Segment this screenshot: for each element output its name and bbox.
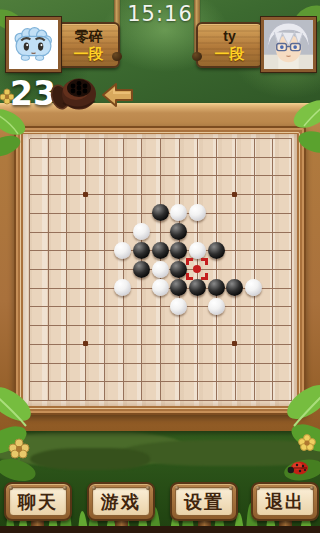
nail-icon bbox=[63, 486, 67, 490]
chat-button-label: 聊天 bbox=[9, 487, 67, 516]
rope-knot bbox=[192, 52, 202, 61]
black-stone bbox=[133, 242, 150, 259]
nail-icon bbox=[256, 486, 260, 490]
black-stone bbox=[170, 261, 187, 278]
gomoku-board[interactable] bbox=[29, 138, 292, 401]
star-point bbox=[83, 341, 88, 346]
settings-button[interactable]: 设置 bbox=[170, 482, 238, 521]
exit-button-label: 退出 bbox=[256, 487, 314, 516]
exit-button[interactable]: 退出 bbox=[251, 482, 319, 521]
white-stone bbox=[208, 298, 225, 315]
right-player-name: ty bbox=[223, 28, 235, 44]
undo-arrow-button[interactable] bbox=[101, 81, 135, 109]
nail-icon bbox=[146, 486, 150, 490]
black-stone bbox=[208, 279, 225, 296]
star-point bbox=[232, 192, 237, 197]
bottom-bar bbox=[0, 526, 320, 533]
move-cursor-marker[interactable] bbox=[186, 258, 208, 280]
game-menu-button[interactable]: 游戏 bbox=[87, 482, 155, 521]
right-player-plank: ty 一段 bbox=[196, 22, 263, 68]
settings-button-label: 设置 bbox=[175, 487, 233, 516]
white-stone bbox=[189, 242, 206, 259]
rope-knot bbox=[112, 52, 122, 61]
nail-icon bbox=[310, 486, 314, 490]
left-player-rank: 一段 bbox=[74, 45, 104, 62]
white-stone bbox=[152, 261, 169, 278]
right-player-avatar[interactable] bbox=[261, 17, 316, 72]
black-stone bbox=[152, 204, 169, 221]
black-stone bbox=[152, 242, 169, 259]
nail-icon bbox=[229, 486, 233, 490]
white-stone bbox=[152, 279, 169, 296]
black-stone bbox=[133, 261, 150, 278]
black-stone bbox=[170, 242, 187, 259]
nail-icon bbox=[9, 486, 13, 490]
star-point bbox=[83, 192, 88, 197]
game-screen: 15:16 零碎 一段 ty 一段 bbox=[0, 0, 320, 533]
right-player-rank: 一段 bbox=[215, 45, 245, 62]
left-player-plank: 零碎 一段 bbox=[57, 22, 120, 68]
black-stone bbox=[208, 242, 225, 259]
nail-icon bbox=[175, 486, 179, 490]
nail-icon bbox=[92, 486, 96, 490]
ladybug-icon bbox=[287, 460, 309, 477]
white-stone bbox=[114, 242, 131, 259]
game-menu-button-label: 游戏 bbox=[92, 487, 150, 516]
left-player-avatar[interactable] bbox=[6, 17, 61, 72]
black-stone bbox=[189, 279, 206, 296]
white-stone bbox=[133, 223, 150, 240]
chat-button[interactable]: 聊天 bbox=[4, 482, 72, 521]
stone-bowl-icon bbox=[50, 73, 98, 113]
left-player-name: 零碎 bbox=[75, 28, 103, 44]
white-stone bbox=[170, 298, 187, 315]
star-point bbox=[232, 341, 237, 346]
